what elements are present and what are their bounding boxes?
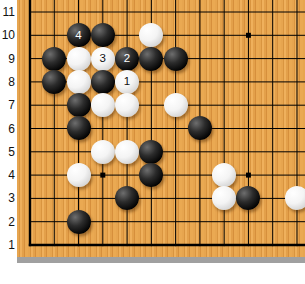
board-point-C9: [66, 47, 90, 70]
black-stone-F5[interactable]: [139, 140, 163, 164]
white-stone-C8[interactable]: [67, 70, 91, 94]
black-stone-C2[interactable]: [67, 210, 91, 234]
white-stone-G7[interactable]: [164, 93, 188, 117]
white-stone-M3[interactable]: [285, 186, 305, 210]
board-point-E8: 1: [115, 70, 139, 93]
white-stone-D7[interactable]: [91, 93, 115, 117]
move-number-label: 2: [124, 53, 130, 65]
white-stone-D5[interactable]: [91, 140, 115, 164]
board-point-E3: [115, 187, 139, 210]
black-stone-D8[interactable]: [91, 70, 115, 94]
board-point-D10: [91, 24, 115, 47]
board-point-C10: 4: [66, 24, 90, 47]
white-stone-E7[interactable]: [115, 93, 139, 117]
board-point-J3: [212, 187, 236, 210]
board-point-C2: [66, 210, 90, 233]
row-label-6: 6: [0, 122, 15, 136]
row-label-3: 3: [0, 191, 15, 205]
column-coordinate-gutter: ABCDEFGHJKLM: [0, 263, 305, 284]
board-point-G7: [163, 94, 187, 117]
board-point-B9: [42, 47, 66, 70]
black-stone-D10[interactable]: [91, 23, 115, 47]
move-number-label: 1: [124, 76, 130, 88]
row-label-7: 7: [0, 98, 15, 112]
white-stone-J4[interactable]: [212, 163, 236, 187]
black-stone-F4[interactable]: [139, 163, 163, 187]
black-stone-E3[interactable]: [115, 186, 139, 210]
board-point-G9: [163, 47, 187, 70]
white-stone-E5[interactable]: [115, 140, 139, 164]
white-stone-C4[interactable]: [67, 163, 91, 187]
go-board-screenshot: 4321 1110987654321 ABCDEFGHJKLM: [0, 0, 305, 284]
board-point-F9: [139, 47, 163, 70]
black-stone-E9[interactable]: 2: [115, 47, 139, 71]
board-point-D8: [91, 70, 115, 93]
black-stone-C10[interactable]: 4: [67, 23, 91, 47]
black-stone-B8[interactable]: [42, 70, 66, 94]
row-label-1: 1: [0, 238, 15, 252]
move-number-label: 4: [75, 30, 81, 42]
move-number-label: 3: [100, 53, 106, 65]
board-point-D9: 3: [91, 47, 115, 70]
board-point-F10: [139, 24, 163, 47]
board-point-C7: [66, 94, 90, 117]
black-stone-C7[interactable]: [67, 93, 91, 117]
row-label-8: 8: [0, 75, 15, 89]
board-point-D7: [91, 94, 115, 117]
board-point-J4: [212, 163, 236, 186]
row-label-10: 10: [0, 28, 15, 42]
board-point-K3: [236, 187, 260, 210]
black-stone-C6[interactable]: [67, 116, 91, 140]
row-label-11: 11: [0, 5, 15, 19]
board-point-E9: 2: [115, 47, 139, 70]
black-stone-G9[interactable]: [164, 47, 188, 71]
black-stone-K3[interactable]: [236, 186, 260, 210]
board-point-H6: [188, 117, 212, 140]
white-stone-D9[interactable]: 3: [91, 47, 115, 71]
board-point-B8: [42, 70, 66, 93]
white-stone-C9[interactable]: [67, 47, 91, 71]
black-stone-H6[interactable]: [188, 116, 212, 140]
board-point-E5: [115, 140, 139, 163]
black-stone-B9[interactable]: [42, 47, 66, 71]
white-stone-E8[interactable]: 1: [115, 70, 139, 94]
board-point-C8: [66, 70, 90, 93]
board-point-E7: [115, 94, 139, 117]
board-point-M3: [285, 187, 305, 210]
board-point-F4: [139, 163, 163, 186]
row-label-4: 4: [0, 168, 15, 182]
stone-layer: 4321: [18, 0, 305, 256]
black-stone-F9[interactable]: [139, 47, 163, 71]
row-label-5: 5: [0, 145, 15, 159]
board-point-F5: [139, 140, 163, 163]
board-point-C6: [66, 117, 90, 140]
white-stone-F10[interactable]: [139, 23, 163, 47]
board-point-C4: [66, 163, 90, 186]
board-point-D5: [91, 140, 115, 163]
row-label-2: 2: [0, 215, 15, 229]
row-coordinate-gutter: 1110987654321: [0, 0, 17, 284]
white-stone-J3[interactable]: [212, 186, 236, 210]
row-label-9: 9: [0, 52, 15, 66]
